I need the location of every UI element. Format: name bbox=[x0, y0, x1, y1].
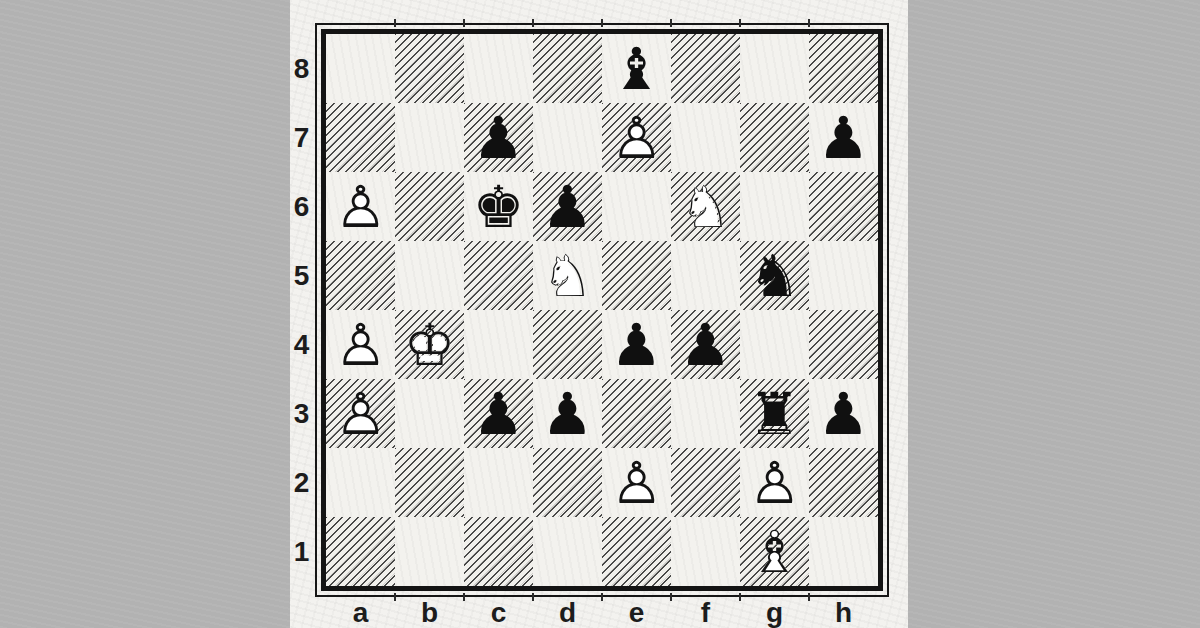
piece-white-pawn-g2[interactable]: ♟♙ bbox=[740, 448, 809, 517]
piece-glyph: ♚ bbox=[473, 178, 525, 236]
square-h1[interactable] bbox=[809, 517, 878, 586]
square-a2[interactable] bbox=[326, 448, 395, 517]
square-e8[interactable]: ♝ bbox=[602, 34, 671, 103]
frame-tick bbox=[670, 19, 672, 27]
square-f4[interactable]: ♟ bbox=[671, 310, 740, 379]
piece-glyph: ♙ bbox=[335, 178, 387, 236]
piece-white-pawn-a6[interactable]: ♟♙ bbox=[326, 172, 395, 241]
file-labels: abcdefgh bbox=[326, 597, 878, 627]
square-g7[interactable] bbox=[740, 103, 809, 172]
frame-tick bbox=[808, 19, 810, 27]
file-label-a: a bbox=[326, 597, 395, 628]
square-g1[interactable]: ♝♗ bbox=[740, 517, 809, 586]
square-d7[interactable] bbox=[533, 103, 602, 172]
piece-glyph: ♘ bbox=[542, 247, 594, 305]
square-g5[interactable]: ♞ bbox=[740, 241, 809, 310]
square-b2[interactable] bbox=[395, 448, 464, 517]
square-d1[interactable] bbox=[533, 517, 602, 586]
piece-glyph: ♟ bbox=[818, 385, 870, 443]
square-f3[interactable] bbox=[671, 379, 740, 448]
square-c7[interactable]: ♟ bbox=[464, 103, 533, 172]
rank-label-1: 1 bbox=[290, 517, 313, 586]
square-e6[interactable] bbox=[602, 172, 671, 241]
piece-glyph: ♙ bbox=[611, 454, 663, 512]
frame-tick bbox=[601, 593, 603, 601]
piece-glyph: ♟ bbox=[542, 178, 594, 236]
file-label-b: b bbox=[395, 597, 464, 628]
piece-glyph: ♙ bbox=[335, 385, 387, 443]
piece-white-knight-d5[interactable]: ♞♘ bbox=[533, 241, 602, 310]
rank-label-6: 6 bbox=[290, 172, 313, 241]
board-frame: ♝♟♟♙♟♟♙♚♟♞♘♞♘♞♟♙♚♔♟♟♟♙♟♟♜♟♟♙♟♙♝♗ bbox=[315, 23, 889, 597]
piece-glyph: ♘ bbox=[680, 178, 732, 236]
piece-glyph: ♙ bbox=[749, 454, 801, 512]
rank-label-8: 8 bbox=[290, 34, 313, 103]
square-e1[interactable] bbox=[602, 517, 671, 586]
file-label-f: f bbox=[671, 597, 740, 628]
square-c8[interactable] bbox=[464, 34, 533, 103]
piece-black-pawn-f4[interactable]: ♟ bbox=[671, 310, 740, 379]
piece-black-pawn-c3[interactable]: ♟ bbox=[464, 379, 533, 448]
square-a6[interactable]: ♟♙ bbox=[326, 172, 395, 241]
piece-glyph: ♟ bbox=[473, 109, 525, 167]
frame-tick bbox=[394, 593, 396, 601]
frame-tick bbox=[739, 593, 741, 601]
square-e7[interactable]: ♟♙ bbox=[602, 103, 671, 172]
piece-glyph: ♝ bbox=[611, 40, 663, 98]
file-label-d: d bbox=[533, 597, 602, 628]
piece-glyph: ♟ bbox=[542, 385, 594, 443]
piece-glyph: ♔ bbox=[404, 316, 456, 374]
piece-black-knight-g5[interactable]: ♞ bbox=[740, 241, 809, 310]
square-f5[interactable] bbox=[671, 241, 740, 310]
square-h7[interactable]: ♟ bbox=[809, 103, 878, 172]
piece-black-pawn-h7[interactable]: ♟ bbox=[809, 103, 878, 172]
piece-black-king-c6[interactable]: ♚ bbox=[464, 172, 533, 241]
frame-tick bbox=[463, 593, 465, 601]
diagram-panel: 87654321 ♝♟♟♙♟♟♙♚♟♞♘♞♘♞♟♙♚♔♟♟♟♙♟♟♜♟♟♙♟♙♝… bbox=[290, 0, 908, 628]
square-f8[interactable] bbox=[671, 34, 740, 103]
piece-white-knight-f6[interactable]: ♞♘ bbox=[671, 172, 740, 241]
piece-black-pawn-c7[interactable]: ♟ bbox=[464, 103, 533, 172]
piece-glyph: ♟ bbox=[818, 109, 870, 167]
frame-tick bbox=[394, 19, 396, 27]
file-label-e: e bbox=[602, 597, 671, 628]
frame-tick bbox=[670, 593, 672, 601]
piece-black-pawn-e4[interactable]: ♟ bbox=[602, 310, 671, 379]
frame-tick bbox=[601, 19, 603, 27]
square-h4[interactable] bbox=[809, 310, 878, 379]
square-h3[interactable]: ♟ bbox=[809, 379, 878, 448]
page-background: 87654321 ♝♟♟♙♟♟♙♚♟♞♘♞♘♞♟♙♚♔♟♟♟♙♟♟♜♟♟♙♟♙♝… bbox=[0, 0, 1200, 628]
square-b1[interactable] bbox=[395, 517, 464, 586]
square-e5[interactable] bbox=[602, 241, 671, 310]
piece-black-rook-g3[interactable]: ♜ bbox=[740, 379, 809, 448]
rank-label-2: 2 bbox=[290, 448, 313, 517]
square-b5[interactable] bbox=[395, 241, 464, 310]
frame-tick bbox=[532, 19, 534, 27]
square-h2[interactable] bbox=[809, 448, 878, 517]
piece-glyph: ♗ bbox=[749, 523, 801, 581]
square-e2[interactable]: ♟♙ bbox=[602, 448, 671, 517]
square-c2[interactable] bbox=[464, 448, 533, 517]
square-f1[interactable] bbox=[671, 517, 740, 586]
piece-black-pawn-h3[interactable]: ♟ bbox=[809, 379, 878, 448]
square-a7[interactable] bbox=[326, 103, 395, 172]
piece-white-pawn-a4[interactable]: ♟♙ bbox=[326, 310, 395, 379]
rank-label-3: 3 bbox=[290, 379, 313, 448]
piece-glyph: ♞ bbox=[749, 247, 801, 305]
square-g3[interactable]: ♜ bbox=[740, 379, 809, 448]
piece-glyph: ♜ bbox=[749, 385, 801, 443]
frame-tick bbox=[808, 593, 810, 601]
piece-white-pawn-a3[interactable]: ♟♙ bbox=[326, 379, 395, 448]
square-a1[interactable] bbox=[326, 517, 395, 586]
rank-label-4: 4 bbox=[290, 310, 313, 379]
board-inner-border: ♝♟♟♙♟♟♙♚♟♞♘♞♘♞♟♙♚♔♟♟♟♙♟♟♜♟♟♙♟♙♝♗ bbox=[321, 29, 883, 591]
square-f2[interactable] bbox=[671, 448, 740, 517]
square-e4[interactable]: ♟ bbox=[602, 310, 671, 379]
piece-glyph: ♙ bbox=[611, 109, 663, 167]
square-a5[interactable] bbox=[326, 241, 395, 310]
square-h8[interactable] bbox=[809, 34, 878, 103]
square-d5[interactable]: ♞♘ bbox=[533, 241, 602, 310]
square-c1[interactable] bbox=[464, 517, 533, 586]
square-f7[interactable] bbox=[671, 103, 740, 172]
square-g6[interactable] bbox=[740, 172, 809, 241]
square-e3[interactable] bbox=[602, 379, 671, 448]
square-c4[interactable] bbox=[464, 310, 533, 379]
piece-glyph: ♟ bbox=[611, 316, 663, 374]
square-a3[interactable]: ♟♙ bbox=[326, 379, 395, 448]
piece-white-pawn-e7[interactable]: ♟♙ bbox=[602, 103, 671, 172]
square-b8[interactable] bbox=[395, 34, 464, 103]
piece-black-pawn-d6[interactable]: ♟ bbox=[533, 172, 602, 241]
square-c3[interactable]: ♟ bbox=[464, 379, 533, 448]
piece-glyph: ♟ bbox=[473, 385, 525, 443]
file-label-c: c bbox=[464, 597, 533, 628]
square-f6[interactable]: ♞♘ bbox=[671, 172, 740, 241]
square-d8[interactable] bbox=[533, 34, 602, 103]
piece-glyph: ♙ bbox=[335, 316, 387, 374]
piece-black-bishop-e8[interactable]: ♝ bbox=[602, 34, 671, 103]
frame-tick bbox=[532, 593, 534, 601]
square-a8[interactable] bbox=[326, 34, 395, 103]
square-a4[interactable]: ♟♙ bbox=[326, 310, 395, 379]
piece-white-pawn-e2[interactable]: ♟♙ bbox=[602, 448, 671, 517]
piece-black-pawn-d3[interactable]: ♟ bbox=[533, 379, 602, 448]
piece-glyph: ♟ bbox=[680, 316, 732, 374]
chess-board: ♝♟♟♙♟♟♙♚♟♞♘♞♘♞♟♙♚♔♟♟♟♙♟♟♜♟♟♙♟♙♝♗ bbox=[326, 34, 878, 586]
square-d2[interactable] bbox=[533, 448, 602, 517]
square-g4[interactable] bbox=[740, 310, 809, 379]
rank-labels: 87654321 bbox=[290, 34, 313, 586]
square-h6[interactable] bbox=[809, 172, 878, 241]
piece-white-king-b4[interactable]: ♚♔ bbox=[395, 310, 464, 379]
rank-label-5: 5 bbox=[290, 241, 313, 310]
square-b4[interactable]: ♚♔ bbox=[395, 310, 464, 379]
square-d4[interactable] bbox=[533, 310, 602, 379]
square-d6[interactable]: ♟ bbox=[533, 172, 602, 241]
square-c5[interactable] bbox=[464, 241, 533, 310]
square-b3[interactable] bbox=[395, 379, 464, 448]
square-c6[interactable]: ♚ bbox=[464, 172, 533, 241]
square-b7[interactable] bbox=[395, 103, 464, 172]
frame-tick bbox=[739, 19, 741, 27]
frame-tick bbox=[463, 19, 465, 27]
square-g2[interactable]: ♟♙ bbox=[740, 448, 809, 517]
square-b6[interactable] bbox=[395, 172, 464, 241]
square-g8[interactable] bbox=[740, 34, 809, 103]
square-h5[interactable] bbox=[809, 241, 878, 310]
file-label-h: h bbox=[809, 597, 878, 628]
piece-white-bishop-g1[interactable]: ♝♗ bbox=[740, 517, 809, 586]
square-d3[interactable]: ♟ bbox=[533, 379, 602, 448]
file-label-g: g bbox=[740, 597, 809, 628]
rank-label-7: 7 bbox=[290, 103, 313, 172]
